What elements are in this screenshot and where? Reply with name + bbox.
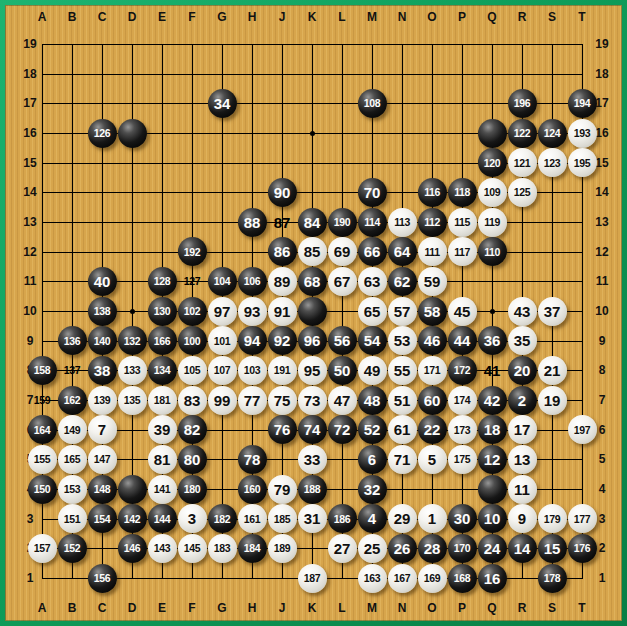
stone-K6[interactable]: 74 [298,415,327,444]
stone-R2[interactable]: 14 [508,534,537,563]
move-number: 86 [274,243,291,260]
stone-J2[interactable]: 189 [268,534,297,563]
move-number: 18 [484,421,501,438]
move-number: 114 [364,216,380,228]
stone-G8[interactable]: 107 [208,356,237,385]
stone-Q14[interactable]: 109 [478,178,507,207]
move-number: 82 [184,421,201,438]
stone-S8[interactable]: 21 [538,356,567,385]
stone-M3[interactable]: 4 [358,504,387,533]
move-number: 183 [214,542,230,554]
stone-F3[interactable]: 3 [178,504,207,533]
stone-H10[interactable]: 93 [238,297,267,326]
move-number: 4 [368,510,376,527]
stone-T16[interactable]: 193 [568,119,597,148]
move-number: 146 [124,542,140,554]
stone-M9[interactable]: 54 [358,326,387,355]
coord-letter-bottom: O [421,601,443,615]
move-number: 56 [334,332,351,349]
stone-E11[interactable]: 128 [148,267,177,296]
stone-O7[interactable]: 60 [418,386,447,415]
stone-P10[interactable]: 45 [448,297,477,326]
stone-M17[interactable]: 108 [358,89,387,118]
move-number: 121 [514,157,530,169]
stone-N1[interactable]: 167 [388,564,417,593]
stone-S10[interactable]: 37 [538,297,567,326]
stone-H3[interactable]: 161 [238,504,267,533]
stone-H2[interactable]: 184 [238,534,267,563]
coord-number-left: 13 [19,215,41,229]
move-number: 85 [304,243,321,260]
stone-R3[interactable]: 9 [508,504,537,533]
move-number: 39 [154,421,171,438]
stone-K12[interactable]: 85 [298,237,327,266]
stone-N8[interactable]: 55 [388,356,417,385]
move-number: 153 [64,483,80,495]
stone-H4[interactable]: 160 [238,475,267,504]
captured-move-label-B8[interactable]: 137 [58,356,87,385]
stone-P3[interactable]: 30 [448,504,477,533]
move-number: 16 [484,570,501,587]
stone-F2[interactable]: 145 [178,534,207,563]
stone-G7[interactable]: 99 [208,386,237,415]
move-number: 104 [214,275,230,287]
stone-F8[interactable]: 105 [178,356,207,385]
move-number: 111 [424,246,439,258]
move-number: 27 [334,540,351,557]
move-number: 107 [214,364,230,376]
stone-Q5[interactable]: 12 [478,445,507,474]
move-number: 97 [214,303,231,320]
stone-K7[interactable]: 73 [298,386,327,415]
stone-O1[interactable]: 169 [418,564,447,593]
stone-K1[interactable]: 187 [298,564,327,593]
move-number: 36 [484,332,501,349]
stone-C9[interactable]: 140 [88,326,117,355]
coord-letter-top: C [91,10,113,24]
stone-Q3[interactable]: 10 [478,504,507,533]
stone-P13[interactable]: 115 [448,208,477,237]
stone-M13[interactable]: 114 [358,208,387,237]
stone-C5[interactable]: 147 [88,445,117,474]
stone-B4[interactable]: 153 [58,475,87,504]
move-number: 115 [454,216,470,228]
stone-K4[interactable]: 188 [298,475,327,504]
move-number: 167 [394,572,410,584]
move-number: 179 [544,513,560,525]
coord-number-right: 7 [591,393,613,407]
stone-T17[interactable]: 194 [568,89,597,118]
stone-D9[interactable]: 132 [118,326,147,355]
move-number: 70 [364,184,381,201]
stone-R16[interactable]: 122 [508,119,537,148]
stone-L3[interactable]: 186 [328,504,357,533]
stone-O10[interactable]: 58 [418,297,447,326]
move-number: 6 [368,451,376,468]
stone-S2[interactable]: 15 [538,534,567,563]
stone-Q1[interactable]: 16 [478,564,507,593]
stone-Q6[interactable]: 18 [478,415,507,444]
stone-O8[interactable]: 171 [418,356,447,385]
move-number: 101 [214,335,230,347]
stone-N11[interactable]: 62 [388,267,417,296]
coord-number-right: 5 [591,452,613,466]
stone-Q12[interactable]: 110 [478,237,507,266]
stone-L11[interactable]: 67 [328,267,357,296]
stone-F10[interactable]: 102 [178,297,207,326]
stone-F7[interactable]: 83 [178,386,207,415]
stone-N3[interactable]: 29 [388,504,417,533]
move-number: 81 [154,451,171,468]
move-number: 51 [394,392,411,409]
stone-Q9[interactable]: 36 [478,326,507,355]
move-number: 132 [124,335,140,347]
stone-Q13[interactable]: 119 [478,208,507,237]
move-number: 171 [424,364,440,376]
move-number: 122 [514,127,530,139]
stone-S3[interactable]: 179 [538,504,567,533]
stone-D4[interactable] [118,475,147,504]
stone-R9[interactable]: 35 [508,326,537,355]
stone-M12[interactable]: 66 [358,237,387,266]
stone-P5[interactable]: 175 [448,445,477,474]
stone-J12[interactable]: 86 [268,237,297,266]
stone-P14[interactable]: 118 [448,178,477,207]
coord-letter-top: S [541,10,563,24]
star-point [130,309,135,314]
stone-C11[interactable]: 40 [88,267,117,296]
stone-T2[interactable]: 176 [568,534,597,563]
stone-J14[interactable]: 90 [268,178,297,207]
stone-F9[interactable]: 100 [178,326,207,355]
stone-O2[interactable]: 28 [418,534,447,563]
stone-P12[interactable]: 117 [448,237,477,266]
move-number: 140 [94,335,110,347]
move-number: 38 [94,362,111,379]
stone-S16[interactable]: 124 [538,119,567,148]
move-number: 69 [334,243,351,260]
stone-G2[interactable]: 183 [208,534,237,563]
coord-letter-bottom: L [331,601,353,615]
move-number: 52 [364,421,381,438]
stone-S15[interactable]: 123 [538,148,567,177]
stone-C10[interactable]: 138 [88,297,117,326]
stone-G3[interactable]: 182 [208,504,237,533]
stone-D16[interactable] [118,119,147,148]
stone-G9[interactable]: 101 [208,326,237,355]
stone-B3[interactable]: 151 [58,504,87,533]
stone-G11[interactable]: 104 [208,267,237,296]
move-number: 13 [514,451,531,468]
stone-L9[interactable]: 56 [328,326,357,355]
stone-R14[interactable]: 125 [508,178,537,207]
stone-R4[interactable]: 11 [508,475,537,504]
stone-R6[interactable]: 17 [508,415,537,444]
stone-N13[interactable]: 113 [388,208,417,237]
coord-number-right: 4 [591,482,613,496]
stone-P9[interactable]: 44 [448,326,477,355]
stone-R17[interactable]: 196 [508,89,537,118]
stone-L2[interactable]: 27 [328,534,357,563]
stone-C3[interactable]: 154 [88,504,117,533]
move-number: 166 [154,335,170,347]
move-number: 191 [274,364,290,376]
stone-C4[interactable]: 148 [88,475,117,504]
move-number: 91 [274,303,291,320]
coord-letter-bottom: C [91,601,113,615]
stone-E6[interactable]: 39 [148,415,177,444]
stone-M6[interactable]: 52 [358,415,387,444]
captured-move-label-A7[interactable]: 159 [28,386,57,415]
move-number: 22 [424,421,441,438]
move-number: 64 [394,243,411,260]
stone-K11[interactable]: 68 [298,267,327,296]
stone-E10[interactable]: 130 [148,297,177,326]
stone-S7[interactable]: 19 [538,386,567,415]
stone-J6[interactable]: 76 [268,415,297,444]
stone-H5[interactable]: 78 [238,445,267,474]
captured-move-label-F11[interactable]: 127 [178,267,207,296]
stone-J9[interactable]: 92 [268,326,297,355]
move-number: 182 [214,513,230,525]
stone-T3[interactable]: 177 [568,504,597,533]
stone-J10[interactable]: 91 [268,297,297,326]
move-number: 103 [244,364,260,376]
stone-B7[interactable]: 162 [58,386,87,415]
stone-J4[interactable]: 79 [268,475,297,504]
move-number: 50 [334,362,351,379]
stone-Q2[interactable]: 24 [478,534,507,563]
stone-N10[interactable]: 57 [388,297,417,326]
move-number: 139 [94,394,110,406]
stone-B5[interactable]: 165 [58,445,87,474]
move-number: 46 [424,332,441,349]
stone-E7[interactable]: 181 [148,386,177,415]
stone-N6[interactable]: 61 [388,415,417,444]
stone-P2[interactable]: 170 [448,534,477,563]
stone-R8[interactable]: 20 [508,356,537,385]
coord-letter-bottom: P [451,601,473,615]
move-number: 102 [184,305,200,317]
stone-N7[interactable]: 51 [388,386,417,415]
move-number: 195 [574,157,590,169]
coord-letter-bottom: F [181,601,203,615]
stone-J8[interactable]: 191 [268,356,297,385]
stone-O13[interactable]: 112 [418,208,447,237]
stone-C7[interactable]: 139 [88,386,117,415]
coord-letter-top: M [361,10,383,24]
coord-letter-bottom: R [511,601,533,615]
move-number: 43 [514,303,531,320]
move-number: 173 [454,424,470,436]
stone-F12[interactable]: 192 [178,237,207,266]
stone-B9[interactable]: 136 [58,326,87,355]
stone-O3[interactable]: 1 [418,504,447,533]
stone-R7[interactable]: 2 [508,386,537,415]
star-point [310,131,315,136]
move-number: 57 [394,303,411,320]
stone-S1[interactable]: 178 [538,564,567,593]
stone-L6[interactable]: 72 [328,415,357,444]
stone-O6[interactable]: 22 [418,415,447,444]
stone-C8[interactable]: 38 [88,356,117,385]
move-number: 189 [274,542,290,554]
stone-L13[interactable]: 190 [328,208,357,237]
move-number: 63 [364,273,381,290]
stone-F5[interactable]: 80 [178,445,207,474]
stone-E9[interactable]: 166 [148,326,177,355]
stone-G10[interactable]: 97 [208,297,237,326]
move-number: 186 [334,513,350,525]
stone-J7[interactable]: 75 [268,386,297,415]
stone-L8[interactable]: 50 [328,356,357,385]
stone-D7[interactable]: 135 [118,386,147,415]
stone-H7[interactable]: 77 [238,386,267,415]
stone-D8[interactable]: 133 [118,356,147,385]
stone-L12[interactable]: 69 [328,237,357,266]
stone-Q15[interactable]: 120 [478,148,507,177]
stone-M5[interactable]: 6 [358,445,387,474]
stone-R5[interactable]: 13 [508,445,537,474]
move-number: 92 [274,332,291,349]
move-number: 164 [34,424,50,436]
stone-B2[interactable]: 152 [58,534,87,563]
move-number: 149 [64,424,80,436]
stone-L7[interactable]: 47 [328,386,357,415]
stone-J11[interactable]: 89 [268,267,297,296]
stone-T15[interactable]: 195 [568,148,597,177]
stone-H8[interactable]: 103 [238,356,267,385]
stone-J3[interactable]: 185 [268,504,297,533]
stone-C6[interactable]: 7 [88,415,117,444]
stone-C1[interactable]: 156 [88,564,117,593]
move-number: 136 [64,335,80,347]
stone-E5[interactable]: 81 [148,445,177,474]
stone-A5[interactable]: 155 [28,445,57,474]
move-number: 12 [484,451,501,468]
stone-C16[interactable]: 126 [88,119,117,148]
stone-H9[interactable]: 94 [238,326,267,355]
move-number: 156 [94,572,110,584]
stone-O9[interactable]: 46 [418,326,447,355]
move-number: 26 [394,540,411,557]
stone-E2[interactable]: 143 [148,534,177,563]
stone-E8[interactable]: 134 [148,356,177,385]
move-number: 3 [188,510,196,527]
move-number: 158 [34,364,50,376]
stone-H13[interactable]: 88 [238,208,267,237]
coord-letter-top: P [451,10,473,24]
stone-Q7[interactable]: 42 [478,386,507,415]
stone-B6[interactable]: 149 [58,415,87,444]
stone-A8[interactable]: 158 [28,356,57,385]
stone-E3[interactable]: 144 [148,504,177,533]
stone-K13[interactable]: 84 [298,208,327,237]
move-number: 196 [514,97,530,109]
coord-letter-bottom: H [241,601,263,615]
stone-N5[interactable]: 71 [388,445,417,474]
coord-letter-bottom: A [31,601,53,615]
stone-R15[interactable]: 121 [508,148,537,177]
stone-O14[interactable]: 116 [418,178,447,207]
stone-H11[interactable]: 106 [238,267,267,296]
captured-move-label-J13[interactable]: 87 [268,208,297,237]
move-number: 7 [98,421,106,438]
captured-move-label-Q8[interactable]: 41 [478,356,507,385]
move-number: 137 [64,364,80,376]
stone-K9[interactable]: 96 [298,326,327,355]
move-number: 175 [454,453,470,465]
move-number: 88 [244,214,261,231]
coord-letter-top: R [511,10,533,24]
stone-F6[interactable]: 82 [178,415,207,444]
stone-Q16[interactable] [478,119,507,148]
stone-P8[interactable]: 172 [448,356,477,385]
stone-N12[interactable]: 64 [388,237,417,266]
move-number: 45 [454,303,471,320]
stone-N9[interactable]: 53 [388,326,417,355]
stone-G17[interactable]: 34 [208,89,237,118]
stone-N2[interactable]: 26 [388,534,417,563]
move-number: 108 [364,97,380,109]
stone-A2[interactable]: 157 [28,534,57,563]
stone-O5[interactable]: 5 [418,445,447,474]
stone-Q4[interactable] [478,475,507,504]
move-number: 165 [64,453,80,465]
coord-letter-bottom: G [211,601,233,615]
move-number: 72 [334,421,351,438]
stone-T6[interactable]: 197 [568,415,597,444]
move-number: 119 [484,216,500,228]
move-number: 192 [184,246,200,258]
move-number: 59 [424,273,441,290]
move-number: 14 [514,540,531,557]
stone-P6[interactable]: 173 [448,415,477,444]
stone-K5[interactable]: 33 [298,445,327,474]
move-number: 181 [154,394,170,406]
stone-M14[interactable]: 70 [358,178,387,207]
move-number: 144 [154,513,170,525]
coord-letter-top: K [301,10,323,24]
stone-R10[interactable]: 43 [508,297,537,326]
stone-D2[interactable]: 146 [118,534,147,563]
stone-M7[interactable]: 48 [358,386,387,415]
stone-M2[interactable]: 25 [358,534,387,563]
stone-M1[interactable]: 163 [358,564,387,593]
coord-letter-top: D [121,10,143,24]
stone-E4[interactable]: 141 [148,475,177,504]
stone-A4[interactable]: 150 [28,475,57,504]
stone-K8[interactable]: 95 [298,356,327,385]
stone-K3[interactable]: 31 [298,504,327,533]
stone-O11[interactable]: 59 [418,267,447,296]
stone-P1[interactable]: 168 [448,564,477,593]
stone-D3[interactable]: 142 [118,504,147,533]
stone-M4[interactable]: 32 [358,475,387,504]
coord-letter-top: H [241,10,263,24]
stone-F4[interactable]: 180 [178,475,207,504]
stone-P7[interactable]: 174 [448,386,477,415]
stone-K10[interactable] [298,297,327,326]
stone-M11[interactable]: 63 [358,267,387,296]
move-number: 75 [274,392,291,409]
coord-letter-top: J [271,10,293,24]
stone-M8[interactable]: 49 [358,356,387,385]
stone-A6[interactable]: 164 [28,415,57,444]
stone-O12[interactable]: 111 [418,237,447,266]
move-number: 80 [184,451,201,468]
stone-M10[interactable]: 65 [358,297,387,326]
